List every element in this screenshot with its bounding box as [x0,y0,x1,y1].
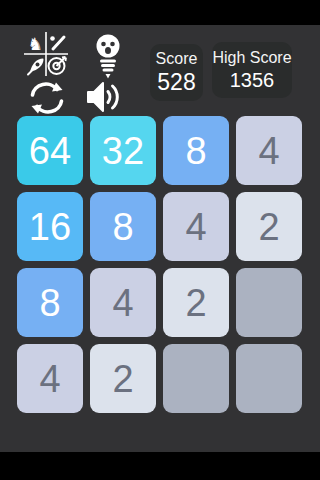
tile-2: 2 [90,344,156,413]
bat-ball-icon [50,36,64,49]
tile-4: 4 [17,344,83,413]
tile-2: 2 [163,268,229,337]
tile-4: 4 [163,192,229,261]
high-score-box: High Score 1356 [212,42,292,98]
score-value: 528 [157,70,195,95]
target-icon [49,57,67,74]
knight-icon: ♞ [27,35,42,54]
score-label: Score [156,50,198,68]
score-box: Score 528 [150,44,203,101]
board[interactable]: 6432841684284242 [17,116,302,413]
more-games-icon: ♞ [23,31,69,77]
tile-empty [236,268,302,337]
high-score-value: 1356 [230,69,275,92]
hint-bulb-icon [86,31,130,81]
tile-8: 8 [163,116,229,185]
tile-4: 4 [236,116,302,185]
restart-icon [26,80,68,116]
tile-empty [163,344,229,413]
sound-button[interactable] [84,80,124,114]
restart-button[interactable] [26,80,68,116]
tile-32: 32 [90,116,156,185]
high-score-label: High Score [212,49,291,67]
tile-16: 16 [17,192,83,261]
tile-4: 4 [90,268,156,337]
status-bar-bottom [0,452,320,480]
tile-8: 8 [90,192,156,261]
tile-empty [236,344,302,413]
rocket-icon [28,59,44,75]
hint-button[interactable] [86,31,130,81]
status-bar-top [0,0,320,25]
tile-64: 64 [17,116,83,185]
tile-2: 2 [236,192,302,261]
sound-on-icon [84,80,124,114]
tile-8: 8 [17,268,83,337]
more-games-button[interactable]: ♞ [23,31,69,77]
app-screen: ♞ [0,0,320,480]
